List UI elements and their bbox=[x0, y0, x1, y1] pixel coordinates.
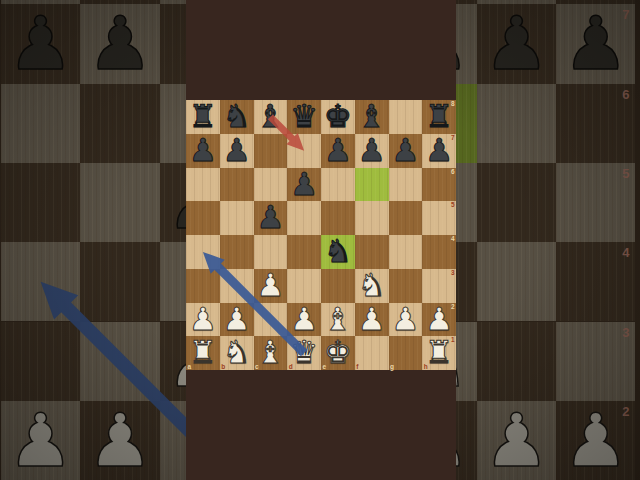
piece-white-pawn[interactable]: ♟ bbox=[290, 304, 318, 335]
square-a6[interactable] bbox=[186, 168, 220, 202]
square-a7[interactable]: ♟ bbox=[186, 134, 220, 168]
square-f8[interactable]: ♝ bbox=[355, 100, 389, 134]
piece-black-rook[interactable]: ♜ bbox=[425, 101, 453, 132]
rank-label-6: 6 bbox=[451, 169, 455, 176]
square-b5[interactable] bbox=[220, 201, 254, 235]
square-e7[interactable]: ♟ bbox=[321, 134, 355, 168]
piece-black-bishop[interactable]: ♝ bbox=[256, 101, 284, 132]
square-a2[interactable]: ♟ bbox=[186, 303, 220, 337]
file-label-b: b bbox=[221, 364, 225, 371]
square-b2[interactable]: ♟ bbox=[220, 303, 254, 337]
square-e8[interactable]: ♚ bbox=[321, 100, 355, 134]
piece-black-rook[interactable]: ♜ bbox=[189, 101, 217, 132]
rank-label-5: 5 bbox=[451, 202, 455, 209]
piece-white-queen[interactable]: ♛ bbox=[290, 337, 318, 368]
rank-label-1: 1 bbox=[451, 337, 455, 344]
square-c2[interactable] bbox=[254, 303, 288, 337]
rank-label-3: 3 bbox=[451, 270, 455, 277]
file-label-d: d bbox=[289, 364, 293, 371]
square-d7[interactable] bbox=[287, 134, 321, 168]
piece-black-pawn[interactable]: ♟ bbox=[324, 135, 352, 166]
chess-board: ♜a♟♟♜♞b♟♟♞♝c♟♟♝♛d♟♟♛♚e♝♞♟♚f♟♞♟♝g♟♟♜1h♟23… bbox=[0, 0, 640, 480]
piece-black-knight[interactable]: ♞ bbox=[324, 236, 352, 267]
piece-black-king[interactable]: ♚ bbox=[324, 101, 352, 132]
rank-label-8: 8 bbox=[451, 101, 455, 108]
square-g5[interactable] bbox=[389, 201, 423, 235]
square-c3[interactable]: ♟ bbox=[254, 269, 288, 303]
square-e6[interactable] bbox=[321, 168, 355, 202]
file-label-f: f bbox=[356, 364, 358, 371]
square-a8[interactable]: ♜ bbox=[186, 100, 220, 134]
square-f1[interactable]: f bbox=[355, 336, 389, 370]
file-label-h: h bbox=[424, 364, 428, 371]
piece-white-rook[interactable]: ♜ bbox=[425, 337, 453, 368]
piece-black-pawn[interactable]: ♟ bbox=[290, 169, 318, 200]
square-a5[interactable] bbox=[186, 201, 220, 235]
file-label-e: e bbox=[323, 364, 327, 371]
square-b1[interactable]: ♞b bbox=[220, 336, 254, 370]
square-c7[interactable] bbox=[254, 134, 288, 168]
square-h6[interactable]: 6 bbox=[422, 168, 456, 202]
square-b6[interactable] bbox=[220, 168, 254, 202]
square-f2[interactable]: ♟ bbox=[355, 303, 389, 337]
square-d2[interactable]: ♟ bbox=[287, 303, 321, 337]
square-b8[interactable]: ♞ bbox=[220, 100, 254, 134]
square-b4[interactable] bbox=[220, 235, 254, 269]
square-d5[interactable] bbox=[287, 201, 321, 235]
rank-label-4: 4 bbox=[451, 236, 455, 243]
square-g6[interactable] bbox=[389, 168, 423, 202]
piece-white-king[interactable]: ♚ bbox=[324, 337, 352, 368]
square-f7[interactable]: ♟ bbox=[355, 134, 389, 168]
rank-label-2: 2 bbox=[451, 304, 455, 311]
square-g4[interactable] bbox=[389, 235, 423, 269]
square-g2[interactable]: ♟ bbox=[389, 303, 423, 337]
piece-white-knight[interactable]: ♞ bbox=[358, 270, 386, 301]
square-g7[interactable]: ♟ bbox=[389, 134, 423, 168]
square-a3[interactable] bbox=[186, 269, 220, 303]
square-h1[interactable]: ♜1h bbox=[422, 336, 456, 370]
piece-black-pawn[interactable]: ♟ bbox=[223, 135, 251, 166]
square-h4[interactable]: 4 bbox=[422, 235, 456, 269]
square-d3[interactable] bbox=[287, 269, 321, 303]
square-b3[interactable] bbox=[220, 269, 254, 303]
piece-white-bishop[interactable]: ♝ bbox=[256, 337, 284, 368]
piece-white-bishop[interactable]: ♝ bbox=[324, 304, 352, 335]
rank-label-7: 7 bbox=[451, 135, 455, 142]
square-c4[interactable] bbox=[254, 235, 288, 269]
piece-white-pawn[interactable]: ♟ bbox=[425, 304, 453, 335]
video-frame: ♜♟♟♜♞♟♟♞♝♟♟♝♛♟♟♛♚♝♞♟♚♟♞♟♝♟♟♜1♟23456♟7♜8 … bbox=[0, 0, 640, 480]
square-c8[interactable]: ♝ bbox=[254, 100, 288, 134]
square-h7[interactable]: ♟7 bbox=[422, 134, 456, 168]
piece-white-pawn[interactable]: ♟ bbox=[358, 304, 386, 335]
file-label-c: c bbox=[255, 364, 259, 371]
square-c5[interactable]: ♟ bbox=[254, 201, 288, 235]
square-g1[interactable]: g bbox=[389, 336, 423, 370]
piece-white-pawn[interactable]: ♟ bbox=[223, 304, 251, 335]
square-h2[interactable]: ♟2 bbox=[422, 303, 456, 337]
square-d4[interactable] bbox=[287, 235, 321, 269]
piece-black-queen[interactable]: ♛ bbox=[290, 101, 318, 132]
piece-black-bishop[interactable]: ♝ bbox=[358, 101, 386, 132]
square-e1[interactable]: ♚e bbox=[321, 336, 355, 370]
piece-black-pawn[interactable]: ♟ bbox=[425, 135, 453, 166]
piece-black-pawn[interactable]: ♟ bbox=[189, 135, 217, 166]
square-e5[interactable] bbox=[321, 201, 355, 235]
square-f4[interactable] bbox=[355, 235, 389, 269]
square-b7[interactable]: ♟ bbox=[220, 134, 254, 168]
square-c1[interactable]: ♝c bbox=[254, 336, 288, 370]
square-e3[interactable] bbox=[321, 269, 355, 303]
square-f5[interactable] bbox=[355, 201, 389, 235]
file-label-a: a bbox=[188, 364, 192, 371]
square-d1[interactable]: ♛d bbox=[287, 336, 321, 370]
square-h5[interactable]: 5 bbox=[422, 201, 456, 235]
square-e4[interactable]: ♞ bbox=[321, 235, 355, 269]
file-label-g: g bbox=[390, 364, 394, 371]
square-g8[interactable] bbox=[389, 100, 423, 134]
piece-white-rook[interactable]: ♜ bbox=[189, 337, 217, 368]
piece-white-pawn[interactable]: ♟ bbox=[189, 304, 217, 335]
square-h3[interactable]: 3 bbox=[422, 269, 456, 303]
square-f6[interactable] bbox=[355, 168, 389, 202]
square-h8[interactable]: ♜8 bbox=[422, 100, 456, 134]
piece-black-pawn[interactable]: ♟ bbox=[256, 202, 284, 233]
piece-white-pawn[interactable]: ♟ bbox=[256, 270, 284, 301]
square-d8[interactable]: ♛ bbox=[287, 100, 321, 134]
piece-black-knight[interactable]: ♞ bbox=[223, 101, 251, 132]
square-a4[interactable] bbox=[186, 235, 220, 269]
square-d6[interactable]: ♟ bbox=[287, 168, 321, 202]
square-a1[interactable]: ♜a bbox=[186, 336, 220, 370]
square-e2[interactable]: ♝ bbox=[321, 303, 355, 337]
square-g3[interactable] bbox=[389, 269, 423, 303]
piece-white-pawn[interactable]: ♟ bbox=[391, 304, 419, 335]
piece-white-knight[interactable]: ♞ bbox=[223, 337, 251, 368]
piece-black-pawn[interactable]: ♟ bbox=[358, 135, 386, 166]
square-f3[interactable]: ♞ bbox=[355, 269, 389, 303]
square-c6[interactable] bbox=[254, 168, 288, 202]
piece-black-pawn[interactable]: ♟ bbox=[391, 135, 419, 166]
